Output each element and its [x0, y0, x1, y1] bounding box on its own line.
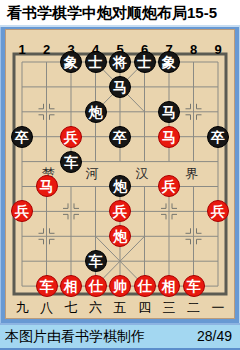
piece-black-卒: 卒 — [11, 126, 33, 148]
page-title: 看书学棋学中炮对顺炮布局15-5 — [0, 0, 240, 25]
piece-red-相: 相 — [60, 275, 82, 297]
file-number-bottom: 三 — [157, 300, 181, 316]
piece-black-士: 士 — [134, 51, 156, 73]
screenshot-root: 看书学棋学中炮对顺炮布局15-5 123456789 楚河汉界 九八七六五四三二… — [0, 0, 240, 350]
piece-black-卒: 卒 — [207, 126, 229, 148]
piece-red-马: 马 — [36, 175, 58, 197]
piece-black-马: 马 — [109, 76, 131, 98]
pieces-layer: 象士将士象马炮马卒兵卒马卒车马炮兵兵兵兵炮车车相仕帅仕相车 — [10, 50, 231, 299]
piece-red-马: 马 — [158, 126, 180, 148]
piece-red-帅: 帅 — [109, 275, 131, 297]
piece-black-士: 士 — [85, 51, 107, 73]
piece-black-卒: 卒 — [109, 126, 131, 148]
piece-black-象: 象 — [158, 51, 180, 73]
piece-red-仕: 仕 — [134, 275, 156, 297]
file-number-bottom: 八 — [35, 300, 59, 316]
footer-bar: 本图片由看书学棋制作 28/49 — [0, 325, 240, 350]
piece-red-兵: 兵 — [11, 200, 33, 222]
piece-black-车: 车 — [60, 151, 82, 173]
piece-black-将: 将 — [109, 51, 131, 73]
piece-black-炮: 炮 — [85, 101, 107, 123]
xiangqi-board: 123456789 楚河汉界 九八七六五四三二一 象士将士象马炮马卒兵卒马卒车马… — [5, 29, 235, 319]
piece-red-仕: 仕 — [85, 275, 107, 297]
piece-red-兵: 兵 — [158, 175, 180, 197]
file-number-bottom: 七 — [59, 300, 83, 316]
file-number-bottom: 二 — [182, 300, 206, 316]
piece-red-兵: 兵 — [109, 200, 131, 222]
file-number-bottom: 一 — [206, 300, 230, 316]
piece-red-车: 车 — [183, 275, 205, 297]
piece-red-炮: 炮 — [109, 225, 131, 247]
file-number-bottom: 四 — [133, 300, 157, 316]
footer-credit: 本图片由看书学棋制作 — [5, 325, 145, 348]
piece-red-兵: 兵 — [207, 200, 229, 222]
piece-red-相: 相 — [158, 275, 180, 297]
piece-black-车: 车 — [85, 250, 107, 272]
piece-red-兵: 兵 — [60, 126, 82, 148]
page-indicator: 28/49 — [197, 325, 232, 348]
piece-black-炮: 炮 — [109, 175, 131, 197]
file-number-bottom: 五 — [108, 300, 132, 316]
file-number-bottom: 六 — [84, 300, 108, 316]
board-panel: 123456789 楚河汉界 九八七六五四三二一 象士将士象马炮马卒兵卒马卒车马… — [0, 25, 240, 325]
file-number-bottom: 九 — [10, 300, 34, 316]
piece-red-车: 车 — [36, 275, 58, 297]
piece-black-象: 象 — [60, 51, 82, 73]
piece-black-马: 马 — [158, 101, 180, 123]
